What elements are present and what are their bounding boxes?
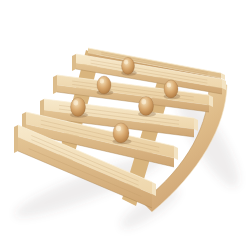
slat-6-front-left-end <box>14 125 18 153</box>
peg-3-dome <box>164 80 178 98</box>
slat-6-front-right-end <box>152 182 156 196</box>
slat-3-right-end <box>209 95 213 107</box>
slat-5-right-end <box>174 146 178 160</box>
peg-4-dome <box>71 98 86 117</box>
peg-1-dome <box>122 58 135 75</box>
peg-6-highlight <box>116 126 121 132</box>
product-photo <box>0 0 252 252</box>
peg-2-dome <box>97 76 111 94</box>
slat-4-right-end <box>194 118 198 131</box>
slat-2-left-end <box>72 54 76 71</box>
slat-3-left-end <box>53 75 57 94</box>
peg-1-highlight <box>124 60 128 65</box>
peg-2-highlight <box>100 78 104 83</box>
wooden-peg-rack-photo <box>0 0 252 252</box>
peg-5-highlight <box>141 99 146 104</box>
peg-4-highlight <box>73 100 78 105</box>
peg-3-highlight <box>167 82 171 87</box>
peg-5-dome <box>139 97 154 116</box>
peg-6-dome <box>113 123 129 143</box>
